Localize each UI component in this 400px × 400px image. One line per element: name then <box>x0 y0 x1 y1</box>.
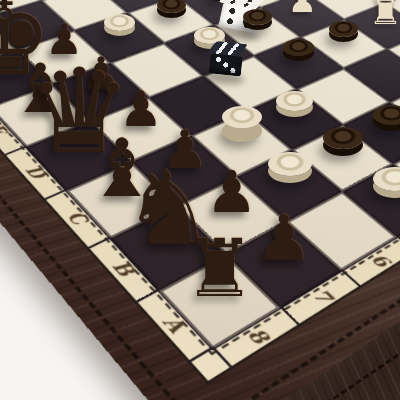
pieces-layer: ♜♞♝♛♝♚♟♟♟♟♟♟♜♟ <box>0 0 400 400</box>
dark-checker-d4[interactable] <box>283 39 314 56</box>
light-rook-d2[interactable]: ♜ <box>369 0 400 30</box>
dark-checker-d3[interactable] <box>329 21 358 37</box>
dark-checker-e4[interactable] <box>243 9 272 25</box>
dark-pawn-a7[interactable]: ♟ <box>256 207 312 270</box>
die-front-face-3 <box>209 53 243 76</box>
light-checker-f6[interactable] <box>104 14 135 31</box>
dark-checker-b5[interactable] <box>323 127 363 149</box>
light-checker-b6[interactable] <box>268 152 312 176</box>
dark-checker-f5[interactable] <box>157 0 186 13</box>
light-checker-c6[interactable] <box>222 106 262 128</box>
light-pawn-e3[interactable]: ♟ <box>288 0 317 17</box>
light-checker-c5[interactable] <box>276 91 313 111</box>
black-die[interactable] <box>208 40 244 85</box>
dark-rook-a8[interactable]: ♜ <box>184 229 256 309</box>
light-checker-a5[interactable] <box>373 167 400 191</box>
board-photo-scene: ABCDEFGH12345678 ♜♞♝♛♝♚♟♟♟♟♟♟♜♟ <box>0 0 400 400</box>
dark-checker-b4[interactable] <box>373 105 400 125</box>
